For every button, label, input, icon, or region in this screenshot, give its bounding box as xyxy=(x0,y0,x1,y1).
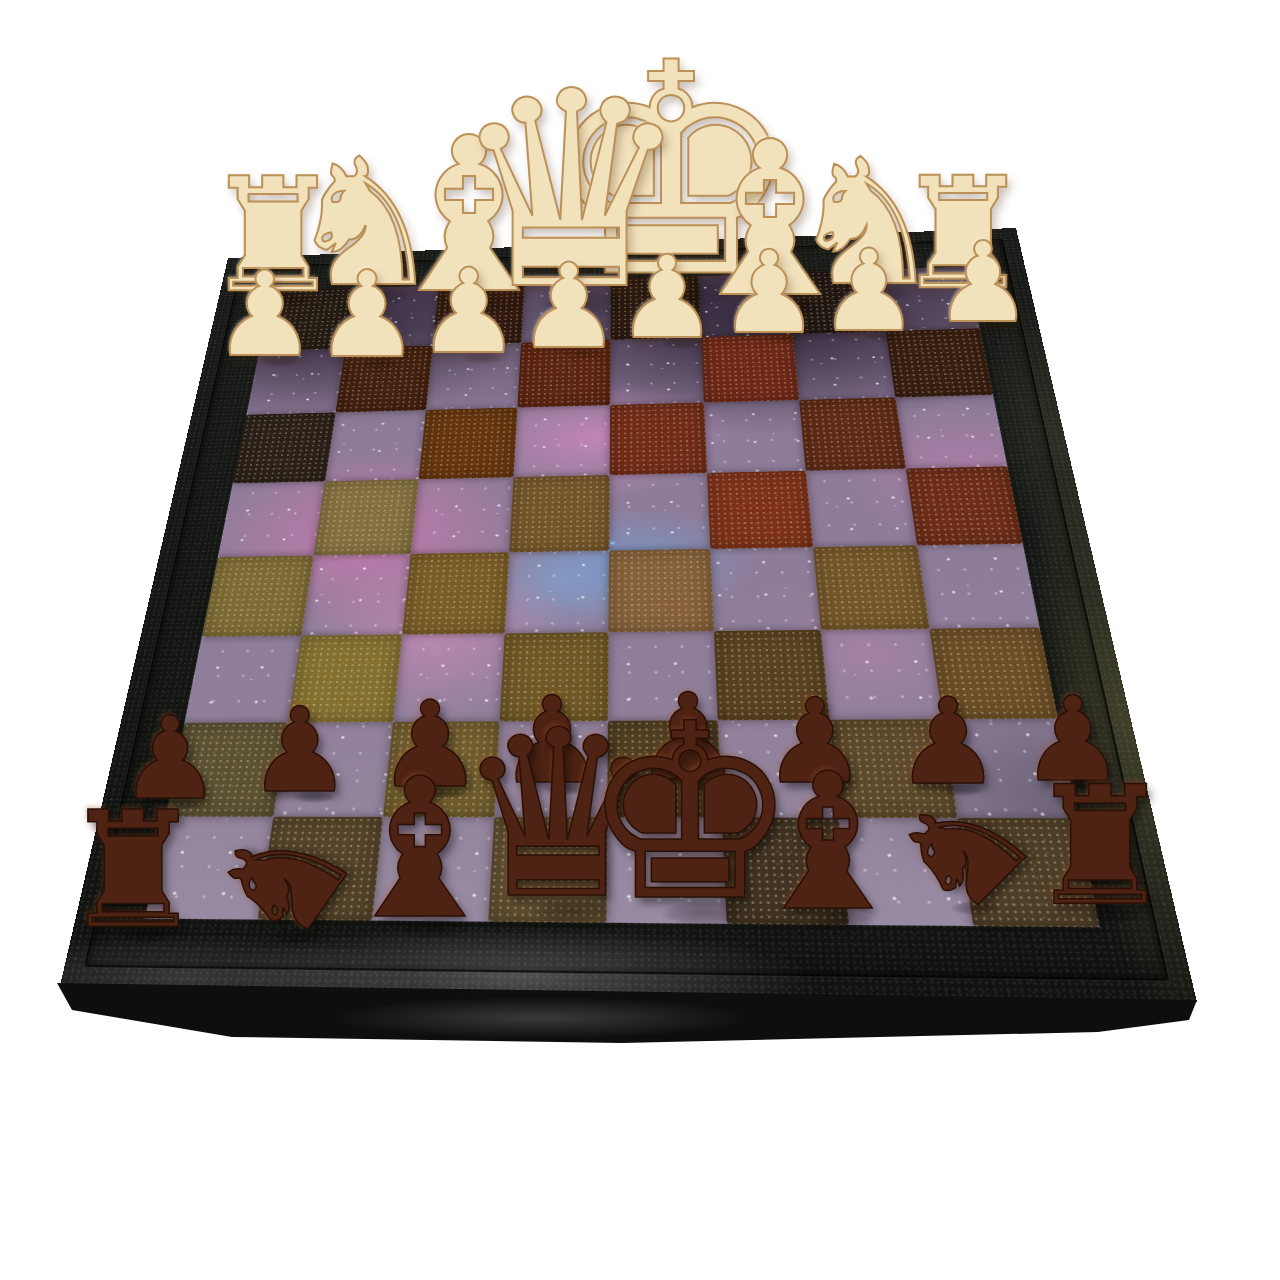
square-b5[interactable] xyxy=(813,545,929,629)
black-bishop[interactable]: ♝ xyxy=(333,753,506,946)
square-a3[interactable] xyxy=(895,395,1007,469)
white-pawn[interactable]: ♟ xyxy=(718,236,820,350)
chess-board-photo: ♜♞♝♛♚♝♞♜♟♟♟♟♟♟♟♟♟♟♟♟♟♟♟♟♜♞♝♛♚♝♞♜ xyxy=(0,0,1280,1280)
square-h5[interactable] xyxy=(202,556,314,637)
black-rook[interactable]: ♜ xyxy=(61,791,204,951)
square-c5[interactable] xyxy=(710,547,821,631)
white-pawn[interactable]: ♟ xyxy=(818,235,919,348)
square-b4[interactable] xyxy=(806,469,917,548)
square-e5[interactable] xyxy=(505,551,609,634)
white-pawn[interactable]: ♟ xyxy=(417,253,522,370)
black-rook[interactable]: ♜ xyxy=(1026,765,1173,929)
white-pawn[interactable]: ♟ xyxy=(616,241,718,355)
square-d5[interactable] xyxy=(609,549,714,632)
square-a4[interactable] xyxy=(906,466,1023,545)
square-c4[interactable] xyxy=(707,471,813,549)
square-g4[interactable] xyxy=(314,479,419,555)
square-h3[interactable] xyxy=(233,412,336,483)
square-f4[interactable] xyxy=(411,477,514,554)
white-pawn[interactable]: ♟ xyxy=(213,256,318,373)
square-e4[interactable] xyxy=(509,475,609,552)
square-f5[interactable] xyxy=(402,552,509,634)
white-pawn[interactable]: ♟ xyxy=(314,256,421,375)
square-f3[interactable] xyxy=(419,408,518,480)
square-g3[interactable] xyxy=(325,410,426,481)
white-pawn[interactable]: ♟ xyxy=(517,248,622,365)
square-b3[interactable] xyxy=(799,397,906,470)
black-bishop[interactable]: ♝ xyxy=(743,749,912,938)
square-a5[interactable] xyxy=(917,544,1039,629)
square-c3[interactable] xyxy=(704,400,806,473)
white-pawn[interactable]: ♟ xyxy=(933,227,1033,338)
square-g5[interactable] xyxy=(301,554,410,636)
square-d4[interactable] xyxy=(609,473,710,551)
square-d3[interactable] xyxy=(610,403,707,476)
square-e3[interactable] xyxy=(513,405,610,477)
square-h4[interactable] xyxy=(218,481,325,557)
